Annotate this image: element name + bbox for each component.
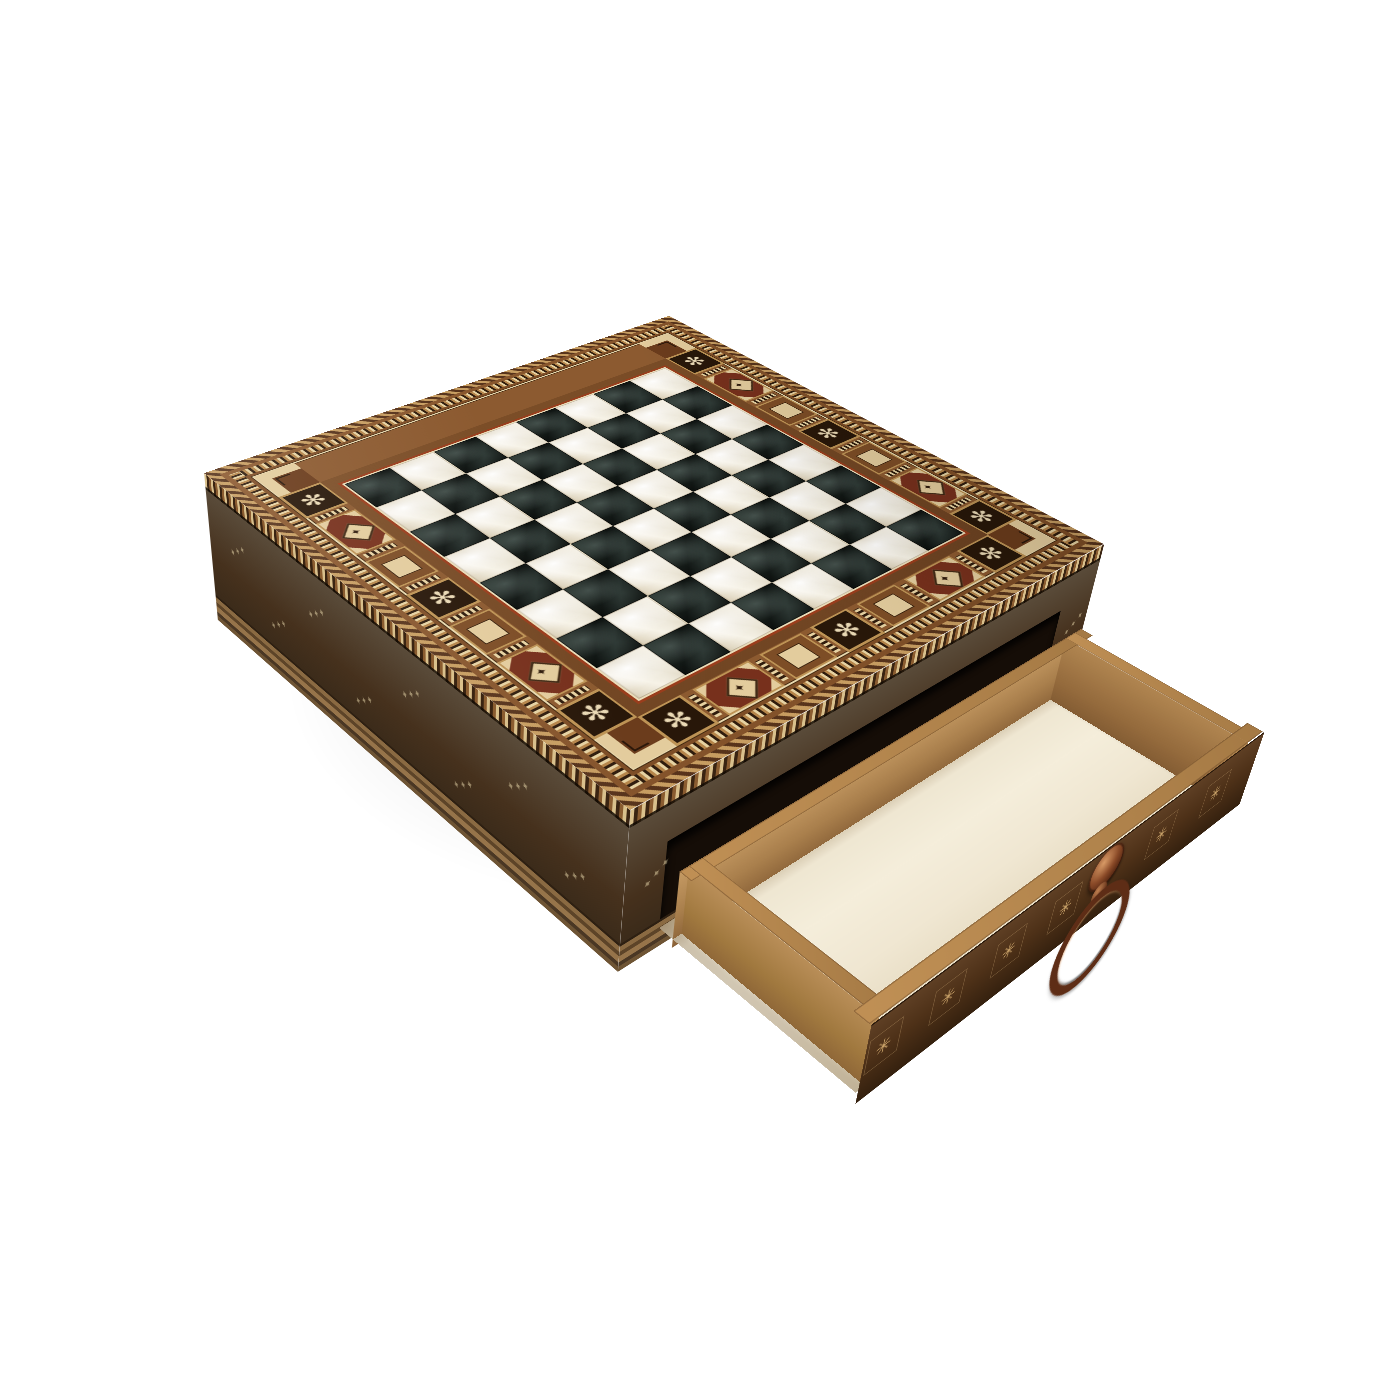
drawer-star-icon: ✳ bbox=[1143, 809, 1178, 860]
diamond-star-icon: ✦ bbox=[731, 381, 746, 388]
medallion-rosette: ✻ bbox=[339, 280, 396, 304]
diamond-star-icon: ✦ bbox=[935, 573, 953, 583]
medallion-row-top: ✻✦✻✦✻ bbox=[0, 281, 395, 447]
scene-3d: ✦✦✦✦✦✦✦✦✦✦✦✦✦✦✦✦✦✦✦✦✦✦✦✦ ✦✦✦✦✦✦ ✳✳✳✳✳✳ bbox=[0, 0, 1400, 1400]
dentil-separator bbox=[325, 295, 347, 307]
diamond-star-icon: ✦ bbox=[729, 681, 749, 693]
medallion-plaque bbox=[38, 363, 104, 392]
diamond-star-icon: ✦ bbox=[532, 666, 552, 678]
star-inlay-icon: ✦✦✦ bbox=[269, 617, 288, 632]
star-inlay-icon: ✦✦✦ bbox=[400, 687, 424, 702]
medallion-plaque bbox=[190, 321, 252, 347]
diamond-star-icon: ✦ bbox=[290, 309, 304, 315]
star-inlay-icon: ✦✦✦ bbox=[451, 777, 476, 791]
medallion-dia: ✦ bbox=[0, 386, 21, 421]
drawer-star-icon: ✳ bbox=[1198, 769, 1232, 819]
star-inlay-icon: ✦✦✦ bbox=[306, 605, 327, 621]
medallion-rosette: ✻ bbox=[117, 341, 179, 369]
dentil-separator bbox=[18, 382, 39, 396]
dentil-separator bbox=[174, 338, 196, 351]
diamond-star-icon: ✦ bbox=[920, 483, 937, 492]
medallion-dia: ✦ bbox=[262, 299, 332, 327]
star-inlay-icon: ✦✦✦ bbox=[229, 543, 248, 559]
page-background: ✦✦✦✦✦✦✦✦✦✦✦✦✦✦✦✦✦✦✦✦✦✦✦✦ ✦✦✦✦✦✦ ✳✳✳✳✳✳ bbox=[0, 0, 1400, 1400]
star-inlay-icon: ✦✦✦ bbox=[561, 868, 589, 885]
dentil-separator bbox=[246, 318, 268, 330]
diamond-star-icon: ✦ bbox=[347, 527, 365, 537]
star-inlay-icon: ✦✦✦ bbox=[353, 693, 375, 707]
drawer-star-icon: ✳ bbox=[928, 968, 968, 1026]
drawer-star-icon: ✳ bbox=[989, 923, 1027, 979]
star-inlay-icon: ✦✦✦ bbox=[505, 779, 532, 794]
dentil-separator bbox=[100, 359, 122, 373]
